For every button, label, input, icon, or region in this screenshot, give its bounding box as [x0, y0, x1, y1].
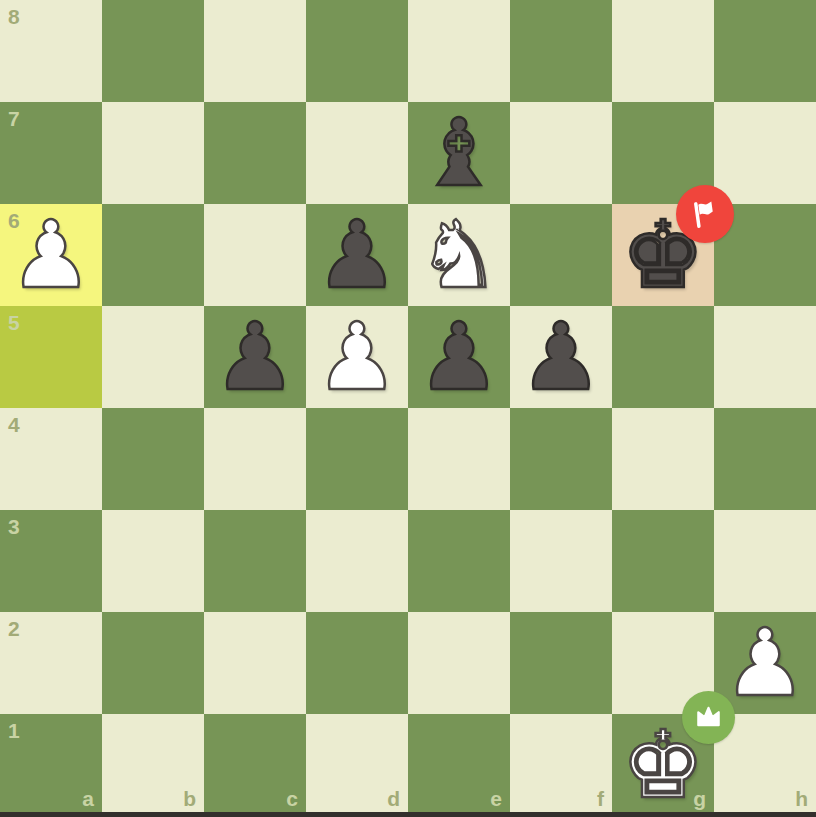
square-d3[interactable]	[306, 510, 408, 612]
square-e7[interactable]: ♝	[408, 102, 510, 204]
rank-label-8: 8	[8, 6, 20, 27]
white-knight[interactable]: ♞	[408, 204, 510, 306]
square-c5[interactable]: ♟	[204, 306, 306, 408]
square-d5[interactable]: ♟	[306, 306, 408, 408]
square-h2[interactable]: ♟	[714, 612, 816, 714]
square-a4[interactable]: 4	[0, 408, 102, 510]
black-bishop[interactable]: ♝	[408, 102, 510, 204]
black-pawn[interactable]: ♟	[204, 306, 306, 408]
white-pawn[interactable]: ♟	[714, 612, 816, 714]
black-lost-on-time-badge	[676, 185, 734, 243]
square-e1[interactable]: e	[408, 714, 510, 816]
square-f2[interactable]	[510, 612, 612, 714]
square-d2[interactable]	[306, 612, 408, 714]
square-g4[interactable]	[612, 408, 714, 510]
chess-board: 87♝6♟♟♞♚5♟♟♟♟432♟1abcdefg♚h	[0, 0, 816, 816]
square-a3[interactable]: 3	[0, 510, 102, 612]
square-c6[interactable]	[204, 204, 306, 306]
file-label-f: f	[597, 788, 604, 809]
square-b4[interactable]	[102, 408, 204, 510]
white-pawn[interactable]: ♟	[0, 204, 102, 306]
square-f7[interactable]	[510, 102, 612, 204]
black-pawn[interactable]: ♟	[408, 306, 510, 408]
square-g3[interactable]	[612, 510, 714, 612]
square-a5[interactable]: 5	[0, 306, 102, 408]
square-e4[interactable]	[408, 408, 510, 510]
white-pawn[interactable]: ♟	[306, 306, 408, 408]
file-label-d: d	[387, 788, 400, 809]
square-g5[interactable]	[612, 306, 714, 408]
square-e2[interactable]	[408, 612, 510, 714]
square-f5[interactable]: ♟	[510, 306, 612, 408]
file-label-a: a	[82, 788, 94, 809]
square-e5[interactable]: ♟	[408, 306, 510, 408]
square-f1[interactable]: f	[510, 714, 612, 816]
rank-label-4: 4	[8, 414, 20, 435]
square-c4[interactable]	[204, 408, 306, 510]
square-a6[interactable]: 6♟	[0, 204, 102, 306]
chess-board-panel: 87♝6♟♟♞♚5♟♟♟♟432♟1abcdefg♚h	[0, 0, 816, 817]
square-b3[interactable]	[102, 510, 204, 612]
rank-label-3: 3	[8, 516, 20, 537]
file-label-c: c	[286, 788, 298, 809]
square-d1[interactable]: d	[306, 714, 408, 816]
white-winner-badge	[682, 691, 735, 744]
square-f3[interactable]	[510, 510, 612, 612]
square-a2[interactable]: 2	[0, 612, 102, 714]
square-f4[interactable]	[510, 408, 612, 510]
black-pawn[interactable]: ♟	[510, 306, 612, 408]
black-pawn[interactable]: ♟	[306, 204, 408, 306]
rank-label-2: 2	[8, 618, 20, 639]
file-label-e: e	[490, 788, 502, 809]
file-label-h: h	[795, 788, 808, 809]
square-e6[interactable]: ♞	[408, 204, 510, 306]
square-h5[interactable]	[714, 306, 816, 408]
crown-icon	[692, 701, 725, 734]
rank-label-7: 7	[8, 108, 20, 129]
square-c8[interactable]	[204, 0, 306, 102]
square-e3[interactable]	[408, 510, 510, 612]
square-d8[interactable]	[306, 0, 408, 102]
square-h4[interactable]	[714, 408, 816, 510]
square-d4[interactable]	[306, 408, 408, 510]
rank-label-5: 5	[8, 312, 20, 333]
board-bottom-border	[0, 812, 816, 817]
square-d7[interactable]	[306, 102, 408, 204]
square-h8[interactable]	[714, 0, 816, 102]
square-c2[interactable]	[204, 612, 306, 714]
square-c7[interactable]	[204, 102, 306, 204]
flag-icon	[687, 196, 723, 232]
square-g6[interactable]: ♚	[612, 204, 714, 306]
square-a1[interactable]: 1a	[0, 714, 102, 816]
square-b8[interactable]	[102, 0, 204, 102]
square-a7[interactable]: 7	[0, 102, 102, 204]
square-b5[interactable]	[102, 306, 204, 408]
square-b6[interactable]	[102, 204, 204, 306]
square-e8[interactable]	[408, 0, 510, 102]
square-b2[interactable]	[102, 612, 204, 714]
square-c3[interactable]	[204, 510, 306, 612]
square-h3[interactable]	[714, 510, 816, 612]
square-g8[interactable]	[612, 0, 714, 102]
square-a8[interactable]: 8	[0, 0, 102, 102]
file-label-b: b	[183, 788, 196, 809]
square-f6[interactable]	[510, 204, 612, 306]
square-c1[interactable]: c	[204, 714, 306, 816]
square-b7[interactable]	[102, 102, 204, 204]
square-f8[interactable]	[510, 0, 612, 102]
square-g1[interactable]: g♚	[612, 714, 714, 816]
square-h7[interactable]	[714, 102, 816, 204]
rank-label-1: 1	[8, 720, 20, 741]
square-d6[interactable]: ♟	[306, 204, 408, 306]
square-b1[interactable]: b	[102, 714, 204, 816]
